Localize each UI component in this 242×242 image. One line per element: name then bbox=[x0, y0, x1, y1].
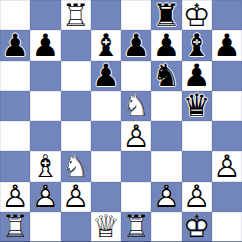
square-e4[interactable]: ♟♙ bbox=[121, 121, 151, 151]
piece-fill-layer: ♜ bbox=[61, 0, 91, 30]
black-pawn: ♟ bbox=[91, 61, 121, 91]
square-h7[interactable]: ♟ bbox=[212, 30, 242, 60]
square-d7[interactable]: ♝ bbox=[91, 30, 121, 60]
white-king: ♚♔ bbox=[182, 0, 212, 30]
chess-board: ♜♖♜♚♔♟♟♝♟♟♝♟♟♞♟♞♘♛♟♙♝♗♞♘♟♙♟♙♟♙♟♙♟♙♟♙♜♖♛♕… bbox=[0, 0, 242, 242]
square-h3[interactable]: ♟♙ bbox=[212, 151, 242, 181]
piece-glyph-layer: ♟ bbox=[0, 30, 30, 60]
square-c4[interactable] bbox=[61, 121, 91, 151]
square-f2[interactable]: ♟♙ bbox=[151, 182, 181, 212]
black-bishop: ♝ bbox=[91, 30, 121, 60]
piece-fill-layer: ♟ bbox=[212, 151, 242, 181]
square-e8[interactable] bbox=[121, 0, 151, 30]
white-pawn: ♟♙ bbox=[0, 182, 30, 212]
piece-outline-layer: ♔ bbox=[182, 212, 212, 242]
piece-glyph-layer: ♟ bbox=[121, 30, 151, 60]
piece-outline-layer: ♔ bbox=[182, 0, 212, 30]
square-g2[interactable]: ♟♙ bbox=[182, 182, 212, 212]
square-b8[interactable] bbox=[30, 0, 60, 30]
square-b7[interactable]: ♟ bbox=[30, 30, 60, 60]
square-b1[interactable] bbox=[30, 212, 60, 242]
piece-outline-layer: ♙ bbox=[61, 182, 91, 212]
square-d3[interactable] bbox=[91, 151, 121, 181]
square-f5[interactable] bbox=[151, 91, 181, 121]
black-pawn: ♟ bbox=[182, 61, 212, 91]
square-a4[interactable] bbox=[0, 121, 30, 151]
white-queen: ♛♕ bbox=[91, 212, 121, 242]
piece-fill-layer: ♟ bbox=[151, 182, 181, 212]
square-h8[interactable] bbox=[212, 0, 242, 30]
square-c8[interactable]: ♜♖ bbox=[61, 0, 91, 30]
piece-fill-layer: ♞ bbox=[121, 91, 151, 121]
piece-fill-layer: ♟ bbox=[61, 182, 91, 212]
piece-outline-layer: ♙ bbox=[121, 121, 151, 151]
square-b5[interactable] bbox=[30, 91, 60, 121]
piece-outline-layer: ♘ bbox=[61, 151, 91, 181]
square-e6[interactable] bbox=[121, 61, 151, 91]
square-d4[interactable] bbox=[91, 121, 121, 151]
square-d6[interactable]: ♟ bbox=[91, 61, 121, 91]
piece-fill-layer: ♞ bbox=[61, 151, 91, 181]
square-c6[interactable] bbox=[61, 61, 91, 91]
piece-outline-layer: ♖ bbox=[121, 212, 151, 242]
piece-outline-layer: ♖ bbox=[0, 212, 30, 242]
piece-outline-layer: ♙ bbox=[0, 182, 30, 212]
white-rook: ♜♖ bbox=[0, 212, 30, 242]
square-g1[interactable]: ♚♔ bbox=[182, 212, 212, 242]
square-d8[interactable] bbox=[91, 0, 121, 30]
square-g4[interactable] bbox=[182, 121, 212, 151]
square-d5[interactable] bbox=[91, 91, 121, 121]
square-c5[interactable] bbox=[61, 91, 91, 121]
piece-fill-layer: ♛ bbox=[91, 212, 121, 242]
square-f4[interactable] bbox=[151, 121, 181, 151]
piece-outline-layer: ♘ bbox=[121, 91, 151, 121]
square-g6[interactable]: ♟ bbox=[182, 61, 212, 91]
white-bishop: ♝♗ bbox=[30, 151, 60, 181]
square-c3[interactable]: ♞♘ bbox=[61, 151, 91, 181]
square-d1[interactable]: ♛♕ bbox=[91, 212, 121, 242]
white-pawn: ♟♙ bbox=[151, 182, 181, 212]
piece-glyph-layer: ♜ bbox=[151, 0, 181, 30]
square-b3[interactable]: ♝♗ bbox=[30, 151, 60, 181]
black-queen: ♛ bbox=[182, 91, 212, 121]
black-pawn: ♟ bbox=[0, 30, 30, 60]
square-f7[interactable]: ♟ bbox=[151, 30, 181, 60]
white-knight: ♞♘ bbox=[61, 151, 91, 181]
piece-fill-layer: ♚ bbox=[182, 0, 212, 30]
square-b4[interactable] bbox=[30, 121, 60, 151]
piece-glyph-layer: ♟ bbox=[212, 30, 242, 60]
square-f3[interactable] bbox=[151, 151, 181, 181]
square-a3[interactable] bbox=[0, 151, 30, 181]
white-pawn: ♟♙ bbox=[121, 121, 151, 151]
black-pawn: ♟ bbox=[212, 30, 242, 60]
square-a2[interactable]: ♟♙ bbox=[0, 182, 30, 212]
piece-outline-layer: ♙ bbox=[30, 182, 60, 212]
white-pawn: ♟♙ bbox=[212, 151, 242, 181]
piece-glyph-layer: ♟ bbox=[151, 30, 181, 60]
square-h1[interactable] bbox=[212, 212, 242, 242]
square-b6[interactable] bbox=[30, 61, 60, 91]
square-h2[interactable] bbox=[212, 182, 242, 212]
piece-glyph-layer: ♛ bbox=[182, 91, 212, 121]
black-bishop: ♝ bbox=[182, 30, 212, 60]
piece-fill-layer: ♟ bbox=[0, 182, 30, 212]
piece-outline-layer: ♙ bbox=[151, 182, 181, 212]
black-pawn: ♟ bbox=[121, 30, 151, 60]
square-c7[interactable] bbox=[61, 30, 91, 60]
square-e7[interactable]: ♟ bbox=[121, 30, 151, 60]
square-h6[interactable] bbox=[212, 61, 242, 91]
black-pawn: ♟ bbox=[151, 30, 181, 60]
square-h5[interactable] bbox=[212, 91, 242, 121]
square-a8[interactable] bbox=[0, 0, 30, 30]
square-g8[interactable]: ♚♔ bbox=[182, 0, 212, 30]
square-a7[interactable]: ♟ bbox=[0, 30, 30, 60]
piece-glyph-layer: ♞ bbox=[151, 61, 181, 91]
square-g3[interactable] bbox=[182, 151, 212, 181]
black-knight: ♞ bbox=[151, 61, 181, 91]
square-c1[interactable] bbox=[61, 212, 91, 242]
square-g5[interactable]: ♛ bbox=[182, 91, 212, 121]
white-rook: ♜♖ bbox=[61, 0, 91, 30]
piece-outline-layer: ♖ bbox=[61, 0, 91, 30]
square-f8[interactable]: ♜ bbox=[151, 0, 181, 30]
piece-glyph-layer: ♟ bbox=[182, 61, 212, 91]
square-e2[interactable] bbox=[121, 182, 151, 212]
piece-outline-layer: ♙ bbox=[182, 182, 212, 212]
square-a6[interactable] bbox=[0, 61, 30, 91]
piece-outline-layer: ♙ bbox=[212, 151, 242, 181]
piece-fill-layer: ♜ bbox=[0, 212, 30, 242]
square-f1[interactable] bbox=[151, 212, 181, 242]
piece-glyph-layer: ♟ bbox=[30, 30, 60, 60]
black-rook: ♜ bbox=[151, 0, 181, 30]
white-king: ♚♔ bbox=[182, 212, 212, 242]
piece-fill-layer: ♟ bbox=[182, 182, 212, 212]
square-e3[interactable] bbox=[121, 151, 151, 181]
white-knight: ♞♘ bbox=[121, 91, 151, 121]
square-h4[interactable] bbox=[212, 121, 242, 151]
piece-outline-layer: ♗ bbox=[30, 151, 60, 181]
piece-fill-layer: ♚ bbox=[182, 212, 212, 242]
white-pawn: ♟♙ bbox=[182, 182, 212, 212]
square-g7[interactable]: ♝ bbox=[182, 30, 212, 60]
square-e1[interactable]: ♜♖ bbox=[121, 212, 151, 242]
square-c2[interactable]: ♟♙ bbox=[61, 182, 91, 212]
piece-fill-layer: ♜ bbox=[121, 212, 151, 242]
piece-fill-layer: ♟ bbox=[121, 121, 151, 151]
piece-outline-layer: ♕ bbox=[91, 212, 121, 242]
piece-fill-layer: ♝ bbox=[30, 151, 60, 181]
piece-glyph-layer: ♝ bbox=[182, 30, 212, 60]
square-d2[interactable] bbox=[91, 182, 121, 212]
piece-fill-layer: ♟ bbox=[30, 182, 60, 212]
square-b2[interactable]: ♟♙ bbox=[30, 182, 60, 212]
white-rook: ♜♖ bbox=[121, 212, 151, 242]
black-pawn: ♟ bbox=[30, 30, 60, 60]
white-pawn: ♟♙ bbox=[61, 182, 91, 212]
piece-glyph-layer: ♟ bbox=[91, 61, 121, 91]
square-a1[interactable]: ♜♖ bbox=[0, 212, 30, 242]
square-f6[interactable]: ♞ bbox=[151, 61, 181, 91]
piece-glyph-layer: ♝ bbox=[91, 30, 121, 60]
square-a5[interactable] bbox=[0, 91, 30, 121]
square-e5[interactable]: ♞♘ bbox=[121, 91, 151, 121]
white-pawn: ♟♙ bbox=[30, 182, 60, 212]
